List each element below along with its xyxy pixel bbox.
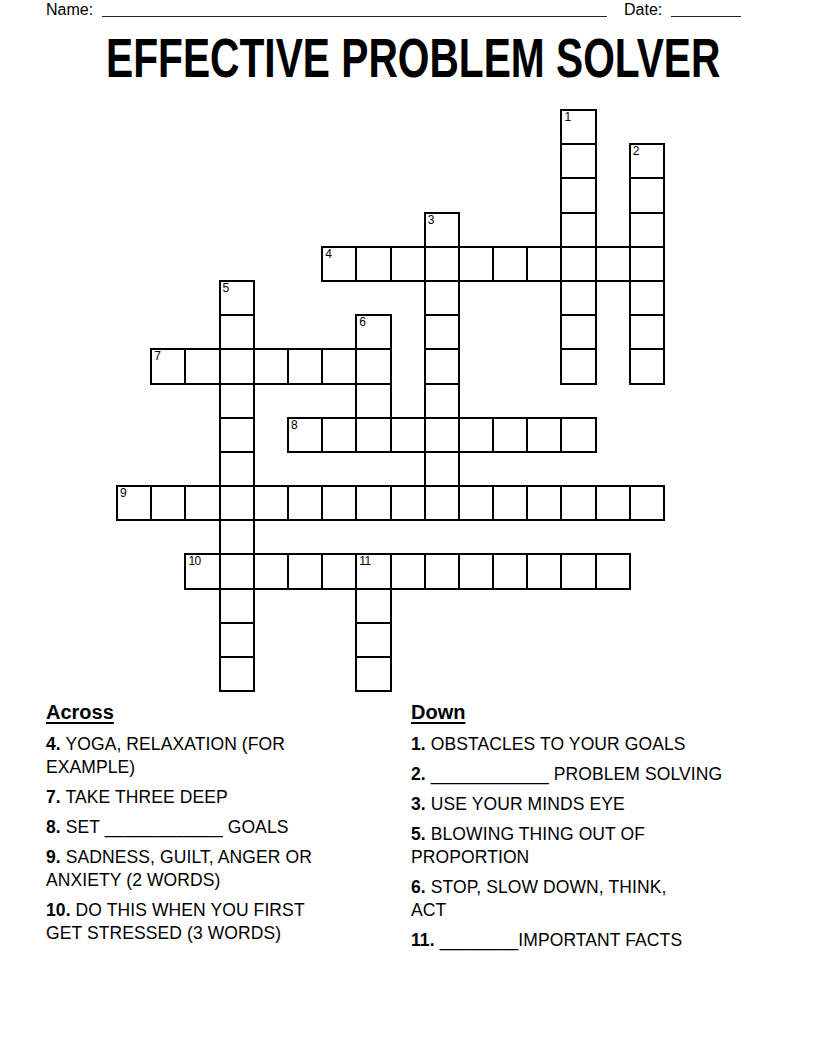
grid-cell-r1c13[interactable] [560, 143, 596, 179]
grid-cell-r9c10[interactable] [458, 417, 494, 453]
grid-cell-r6c3[interactable] [219, 314, 255, 350]
clue-down-2: 2. ____________ PROBLEM SOLVING [411, 763, 783, 786]
worksheet-page: Name: Date: EFFECTIVE PROBLEM SOLVER 123… [0, 0, 816, 1056]
grid-cell-r13c5[interactable] [287, 553, 323, 589]
grid-cell-r10c9[interactable] [424, 451, 460, 487]
name-label: Name: [46, 1, 93, 19]
clue-number-5: 5 [223, 282, 229, 295]
grid-cell-r9c7[interactable] [355, 417, 391, 453]
grid-cell-r7c4[interactable] [253, 348, 289, 384]
clue-number-7: 7 [154, 350, 160, 363]
grid-cell-r11c9[interactable] [424, 485, 460, 521]
grid-cell-r7c9[interactable] [424, 348, 460, 384]
clue-number-2: 2 [633, 145, 639, 158]
grid-cell-r4c15[interactable] [629, 246, 665, 282]
grid-cell-r11c7[interactable] [355, 485, 391, 521]
across-header: Across [46, 700, 381, 724]
grid-cell-r7c6[interactable] [321, 348, 357, 384]
grid-cell-r0c13[interactable]: 1 [560, 109, 596, 145]
grid-cell-r11c6[interactable] [321, 485, 357, 521]
grid-cell-r5c15[interactable] [629, 280, 665, 316]
clue-down-5: 5. BLOWING THING OUT OF PROPORTION [411, 823, 783, 869]
grid-cell-r11c0[interactable]: 9 [116, 485, 152, 521]
grid-cell-r16c7[interactable] [355, 656, 391, 692]
grid-cell-r12c3[interactable] [219, 519, 255, 555]
grid-cell-r8c9[interactable] [424, 383, 460, 419]
grid-cell-r4c14[interactable] [595, 246, 631, 282]
puzzle-title: EFFECTIVE PROBLEM SOLVER [106, 28, 710, 88]
clue-down-3: 3. USE YOUR MINDS EYE [411, 793, 783, 816]
crossword-grid: 1234567891011 [117, 110, 664, 691]
grid-cell-r4c11[interactable] [492, 246, 528, 282]
clue-across-4: 4. YOGA, RELAXATION (FOR EXAMPLE) [46, 733, 381, 779]
clue-down-6: 6. STOP, SLOW DOWN, THINK, ACT [411, 876, 783, 922]
grid-cell-r11c4[interactable] [253, 485, 289, 521]
across-clues-section: Across 4. YOGA, RELAXATION (FOR EXAMPLE)… [46, 700, 381, 952]
grid-cell-r9c3[interactable] [219, 417, 255, 453]
grid-cell-r11c2[interactable] [184, 485, 220, 521]
grid-cell-r4c7[interactable] [355, 246, 391, 282]
grid-cell-r7c3[interactable] [219, 348, 255, 384]
grid-cell-r9c5[interactable]: 8 [287, 417, 323, 453]
grid-cell-r5c13[interactable] [560, 280, 596, 316]
grid-cell-r15c7[interactable] [355, 622, 391, 658]
grid-cell-r13c13[interactable] [560, 553, 596, 589]
grid-cell-r7c7[interactable] [355, 348, 391, 384]
clue-number-6: 6 [359, 316, 365, 329]
grid-cell-r14c7[interactable] [355, 588, 391, 624]
grid-cell-r6c7[interactable]: 6 [355, 314, 391, 350]
grid-cell-r13c2[interactable]: 10 [184, 553, 220, 589]
grid-cell-r5c3[interactable]: 5 [219, 280, 255, 316]
grid-cell-r9c11[interactable] [492, 417, 528, 453]
name-input-line[interactable] [102, 0, 607, 17]
grid-cell-r13c14[interactable] [595, 553, 631, 589]
grid-cell-r4c9[interactable] [424, 246, 460, 282]
clue-number-4: 4 [325, 248, 331, 261]
grid-cell-r11c14[interactable] [595, 485, 631, 521]
grid-cell-r13c10[interactable] [458, 553, 494, 589]
grid-cell-r9c13[interactable] [560, 417, 596, 453]
clue-num-label: 6. [411, 877, 426, 897]
grid-cell-r7c13[interactable] [560, 348, 596, 384]
grid-cell-r9c12[interactable] [526, 417, 562, 453]
clue-num-label: 1. [411, 734, 426, 754]
clue-num-label: 11. [411, 930, 435, 950]
clue-down-11: 11. ________IMPORTANT FACTS [411, 929, 783, 952]
grid-cell-r4c10[interactable] [458, 246, 494, 282]
grid-cell-r13c7[interactable]: 11 [355, 553, 391, 589]
grid-cell-r9c8[interactable] [390, 417, 426, 453]
down-clue-list: 1. OBSTACLES TO YOUR GOALS2. ___________… [411, 733, 783, 952]
grid-cell-r3c15[interactable] [629, 212, 665, 248]
down-header: Down [411, 700, 783, 724]
date-label: Date: [624, 1, 662, 19]
clue-number-8: 8 [291, 419, 297, 432]
date-input-line[interactable] [671, 0, 741, 17]
grid-cell-r11c8[interactable] [390, 485, 426, 521]
grid-cell-r8c7[interactable] [355, 383, 391, 419]
grid-cell-r11c12[interactable] [526, 485, 562, 521]
grid-cell-r8c3[interactable] [219, 383, 255, 419]
grid-cell-r13c9[interactable] [424, 553, 460, 589]
clue-num-label: 10. [46, 900, 71, 920]
grid-cell-r4c12[interactable] [526, 246, 562, 282]
header-bar: Name: Date: [0, 0, 816, 26]
clue-across-9: 9. SADNESS, GUILT, ANGER OR ANXIETY (2 W… [46, 846, 381, 892]
grid-cell-r13c6[interactable] [321, 553, 357, 589]
grid-cell-r1c15[interactable]: 2 [629, 143, 665, 179]
grid-cell-r11c15[interactable] [629, 485, 665, 521]
grid-cell-r7c15[interactable] [629, 348, 665, 384]
clue-down-1: 1. OBSTACLES TO YOUR GOALS [411, 733, 783, 756]
clue-num-label: 8. [46, 817, 61, 837]
grid-cell-r2c15[interactable] [629, 177, 665, 213]
grid-cell-r9c6[interactable] [321, 417, 357, 453]
clue-number-3: 3 [428, 214, 434, 227]
grid-cell-r7c2[interactable] [184, 348, 220, 384]
grid-cell-r13c11[interactable] [492, 553, 528, 589]
grid-cell-r4c6[interactable]: 4 [321, 246, 357, 282]
grid-cell-r10c3[interactable] [219, 451, 255, 487]
grid-cell-r13c3[interactable] [219, 553, 255, 589]
clue-num-label: 9. [46, 847, 61, 867]
grid-cell-r4c8[interactable] [390, 246, 426, 282]
grid-cell-r11c1[interactable] [150, 485, 186, 521]
clue-num-label: 5. [411, 824, 426, 844]
grid-cell-r3c9[interactable]: 3 [424, 212, 460, 248]
grid-cell-r7c5[interactable] [287, 348, 323, 384]
grid-cell-r11c3[interactable] [219, 485, 255, 521]
grid-cell-r7c1[interactable]: 7 [150, 348, 186, 384]
grid-cell-r13c12[interactable] [526, 553, 562, 589]
across-clue-list: 4. YOGA, RELAXATION (FOR EXAMPLE)7. TAKE… [46, 733, 381, 945]
grid-cell-r2c13[interactable] [560, 177, 596, 213]
clue-across-8: 8. SET ____________ GOALS [46, 816, 381, 839]
grid-cell-r6c13[interactable] [560, 314, 596, 350]
grid-cell-r6c15[interactable] [629, 314, 665, 350]
grid-cell-r5c9[interactable] [424, 280, 460, 316]
clue-num-label: 7. [46, 787, 61, 807]
grid-cell-r11c10[interactable] [458, 485, 494, 521]
grid-cell-r11c11[interactable] [492, 485, 528, 521]
grid-cell-r14c3[interactable] [219, 588, 255, 624]
grid-cell-r3c13[interactable] [560, 212, 596, 248]
clue-num-label: 3. [411, 794, 426, 814]
clue-num-label: 2. [411, 764, 426, 784]
grid-cell-r11c5[interactable] [287, 485, 323, 521]
grid-cell-r15c3[interactable] [219, 622, 255, 658]
clue-number-10: 10 [188, 555, 200, 568]
clue-across-10: 10. DO THIS WHEN YOU FIRST GET STRESSED … [46, 899, 381, 945]
grid-cell-r16c3[interactable] [219, 656, 255, 692]
grid-cell-r6c9[interactable] [424, 314, 460, 350]
clue-num-label: 4. [46, 734, 61, 754]
clue-number-1: 1 [564, 111, 570, 124]
grid-cell-r9c9[interactable] [424, 417, 460, 453]
down-clues-section: Down 1. OBSTACLES TO YOUR GOALS2. ______… [411, 700, 783, 959]
clue-across-7: 7. TAKE THREE DEEP [46, 786, 381, 809]
grid-cell-r11c13[interactable] [560, 485, 596, 521]
grid-cell-r13c8[interactable] [390, 553, 426, 589]
grid-cell-r4c13[interactable] [560, 246, 596, 282]
clue-number-9: 9 [120, 487, 126, 500]
clue-number-11: 11 [359, 555, 370, 568]
grid-cell-r13c4[interactable] [253, 553, 289, 589]
